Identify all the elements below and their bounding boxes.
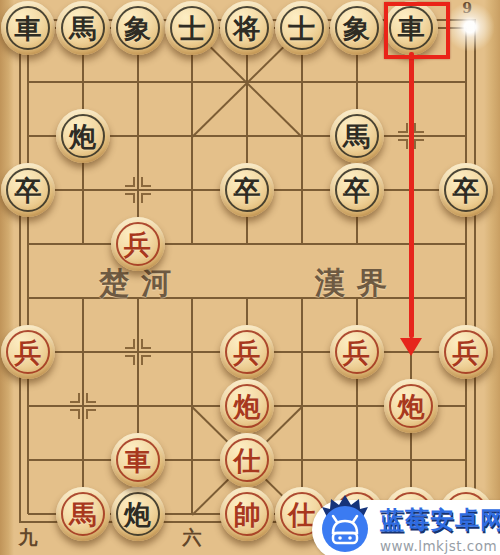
- piece-red-soldier[interactable]: 兵: [1, 325, 55, 379]
- piece-black-general[interactable]: 将: [220, 1, 274, 55]
- piece-red-cannon[interactable]: 炮: [220, 379, 274, 433]
- point-marker: [125, 177, 151, 203]
- file-label-jiu: 九: [19, 525, 38, 551]
- piece-black-soldier[interactable]: 卒: [1, 163, 55, 217]
- watermark-site-name: 蓝莓安卓网: [380, 504, 500, 536]
- piece-red-soldier[interactable]: 兵: [220, 325, 274, 379]
- piece-black-cannon[interactable]: 炮: [56, 109, 110, 163]
- move-origin-glow: [445, 2, 495, 52]
- selected-piece-highlight-box: [384, 2, 450, 59]
- piece-red-advisor[interactable]: 仕: [220, 433, 274, 487]
- file-label-liu: 六: [183, 525, 202, 551]
- board-right-edge: [484, 0, 500, 555]
- piece-red-general[interactable]: 帥: [220, 487, 274, 541]
- piece-black-advisor[interactable]: 士: [165, 1, 219, 55]
- blueberry-android-mascot-icon: [316, 495, 374, 555]
- watermark-url: www.lmkjst.com: [380, 538, 500, 554]
- piece-black-soldier[interactable]: 卒: [439, 163, 493, 217]
- xiangqi-board: 楚河 漢界 9 九 六 車馬象士将士象車炮馬卒卒卒卒炮兵兵兵兵兵炮炮車仕馬帥仕相…: [0, 0, 500, 555]
- move-arrow: [409, 52, 414, 338]
- piece-black-cannon[interactable]: 炮: [111, 487, 165, 541]
- piece-black-chariot[interactable]: 車: [1, 1, 55, 55]
- point-marker: [125, 339, 151, 365]
- piece-black-soldier[interactable]: 卒: [220, 163, 274, 217]
- piece-red-soldier[interactable]: 兵: [330, 325, 384, 379]
- piece-red-soldier[interactable]: 兵: [111, 217, 165, 271]
- piece-black-elephant[interactable]: 象: [330, 1, 384, 55]
- piece-black-advisor[interactable]: 士: [275, 1, 329, 55]
- board-left-edge: [0, 0, 14, 555]
- piece-black-elephant[interactable]: 象: [111, 1, 165, 55]
- watermark: 蓝莓安卓网 www.lmkjst.com: [308, 492, 500, 555]
- move-arrow-head-icon: [400, 338, 422, 356]
- piece-black-horse[interactable]: 馬: [330, 109, 384, 163]
- point-marker: [70, 393, 96, 419]
- piece-black-soldier[interactable]: 卒: [330, 163, 384, 217]
- piece-red-soldier[interactable]: 兵: [439, 325, 493, 379]
- river-label-right: 漢界: [315, 263, 399, 304]
- piece-red-cannon[interactable]: 炮: [384, 379, 438, 433]
- piece-black-horse[interactable]: 馬: [56, 1, 110, 55]
- piece-red-horse[interactable]: 馬: [56, 487, 110, 541]
- piece-red-chariot[interactable]: 車: [111, 433, 165, 487]
